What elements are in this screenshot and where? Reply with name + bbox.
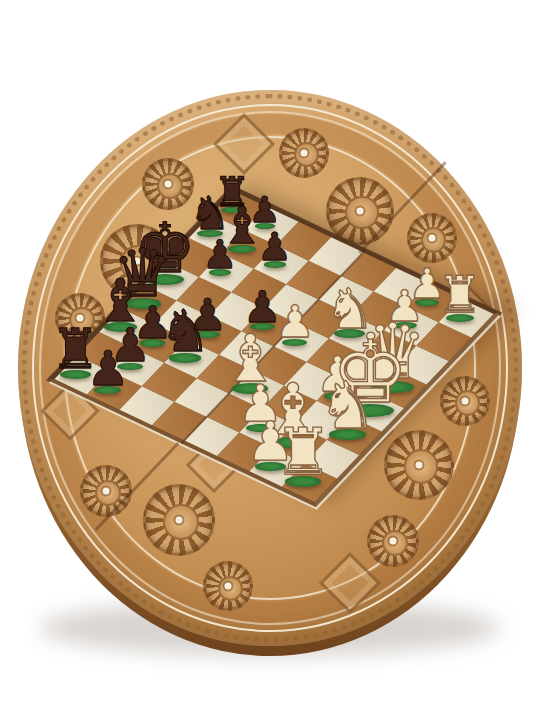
black-pawn-glyph: ♟ xyxy=(86,344,129,392)
inlay-dot xyxy=(103,488,110,495)
inlay-dot xyxy=(356,207,363,214)
carved-rosette xyxy=(203,561,253,611)
black-pawn-glyph: ♟ xyxy=(202,235,237,274)
inlay-dot xyxy=(462,398,469,405)
carved-rosette xyxy=(407,213,457,263)
carved-rosette xyxy=(440,376,490,426)
black-knight-glyph: ♞ xyxy=(159,303,211,361)
carved-rosette xyxy=(143,484,215,556)
black-pawn-glyph: ♟ xyxy=(257,228,292,267)
inlay-dot xyxy=(428,234,435,241)
carved-diamond xyxy=(213,113,275,175)
white-rook-glyph: ♜ xyxy=(437,270,482,320)
carved-rosette xyxy=(384,430,454,500)
white-pawn-glyph: ♟ xyxy=(275,300,315,345)
inlay-dot xyxy=(301,149,308,156)
inlay-dot xyxy=(225,583,232,590)
inlay-dot xyxy=(164,180,171,187)
inlay-dot xyxy=(415,461,422,468)
inlay-dot xyxy=(389,538,396,545)
carved-rosette xyxy=(279,128,329,178)
carved-rosette xyxy=(326,177,394,245)
carved-rosette xyxy=(367,515,419,567)
white-rook-glyph: ♜ xyxy=(274,420,332,485)
inlay-dot xyxy=(176,517,183,524)
carved-diamond xyxy=(319,552,381,614)
chess-photo-scene: ♜♝♛♚♞♜♟♟♟♟♝♟♞♟♟♟♝♟♟♞♟♝♟♟♟♜♞♚♛♜ xyxy=(0,0,540,720)
carved-rosette xyxy=(80,465,132,517)
carved-rosette xyxy=(142,158,194,210)
